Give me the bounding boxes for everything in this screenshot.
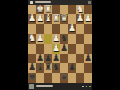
square-f2[interactable]: ♝ <box>44 14 52 24</box>
piece-wN-b1[interactable]: ♞ <box>76 4 84 15</box>
square-e5[interactable]: ♟ <box>52 44 60 54</box>
phone-screen: ♚♜♞♟♟♝♜♛♟♟♟♞♟♟♞♟♟♟♟♟♟♟♝♜♞♟♚♛ <box>28 0 92 90</box>
square-g6[interactable]: ♟ <box>36 54 44 64</box>
piece-wB-f2[interactable]: ♝ <box>44 14 52 25</box>
square-a3[interactable] <box>84 24 92 34</box>
square-e3[interactable] <box>52 24 60 34</box>
piece-bN-e7[interactable]: ♞ <box>52 63 60 74</box>
square-c1[interactable] <box>68 5 76 15</box>
square-b2[interactable]: ♟ <box>76 14 84 24</box>
square-a4[interactable] <box>84 34 92 44</box>
square-h8[interactable]: ♚ <box>28 73 36 83</box>
piece-wR-e2[interactable]: ♜ <box>52 14 60 25</box>
piece-wP-g4[interactable]: ♟ <box>36 33 44 44</box>
square-b1[interactable]: ♞ <box>76 5 84 15</box>
menu-dot-icon[interactable] <box>86 86 88 88</box>
square-d1[interactable] <box>60 5 68 15</box>
square-g5[interactable] <box>36 44 44 54</box>
square-c6[interactable] <box>68 54 76 64</box>
square-b6[interactable] <box>76 54 84 64</box>
piece-wK-g1[interactable]: ♚ <box>36 4 44 15</box>
letterbox-right <box>92 0 120 90</box>
square-b4[interactable] <box>76 34 84 44</box>
piece-wN-h4[interactable]: ♞ <box>28 33 36 44</box>
square-f3[interactable] <box>44 24 52 34</box>
square-h2[interactable]: ♟ <box>28 14 36 24</box>
square-g7[interactable]: ♝ <box>36 63 44 73</box>
square-h3[interactable] <box>28 24 36 34</box>
square-f6[interactable]: ♟ <box>44 54 52 64</box>
piece-bK-h8[interactable]: ♚ <box>28 73 36 84</box>
square-a7[interactable] <box>84 63 92 73</box>
square-e7[interactable]: ♞ <box>52 63 60 73</box>
square-e2[interactable]: ♜ <box>52 14 60 24</box>
square-c3[interactable]: ♟ <box>68 24 76 34</box>
square-d7[interactable] <box>60 63 68 73</box>
piece-bR-f7[interactable]: ♜ <box>44 63 52 74</box>
piece-bB-g7[interactable]: ♝ <box>36 63 44 74</box>
square-c4[interactable] <box>68 34 76 44</box>
square-a2[interactable]: ♟ <box>84 14 92 24</box>
square-c5[interactable] <box>68 44 76 54</box>
square-f4[interactable] <box>44 34 52 44</box>
piece-bP-c7[interactable]: ♟ <box>68 63 76 74</box>
piece-bP-d5[interactable]: ♟ <box>60 43 68 54</box>
video-frame: ♚♜♞♟♟♝♜♛♟♟♟♞♟♟♞♟♟♟♟♟♟♟♝♜♞♟♚♛ <box>0 0 120 90</box>
square-e8[interactable] <box>52 73 60 83</box>
square-f5[interactable] <box>44 44 52 54</box>
square-f7[interactable]: ♜ <box>44 63 52 73</box>
square-a1[interactable] <box>84 5 92 15</box>
square-a6[interactable]: ♟ <box>84 54 92 64</box>
piece-bP-a6[interactable]: ♟ <box>84 53 92 64</box>
opponent-avatar[interactable] <box>30 1 33 4</box>
square-e6[interactable]: ♟ <box>52 54 60 64</box>
player-bar <box>28 83 92 90</box>
piece-wP-g2[interactable]: ♟ <box>36 14 44 25</box>
square-g2[interactable]: ♟ <box>36 14 44 24</box>
piece-wP-e5[interactable]: ♟ <box>52 43 60 54</box>
chess-board[interactable]: ♚♜♞♟♟♝♜♛♟♟♟♞♟♟♞♟♟♟♟♟♟♟♝♜♞♟♚♛ <box>28 5 92 83</box>
piece-bP-f6[interactable]: ♟ <box>44 53 52 64</box>
piece-wP-b2[interactable]: ♟ <box>76 14 84 25</box>
square-h5[interactable] <box>28 44 36 54</box>
piece-bP-e6[interactable]: ♟ <box>52 53 60 64</box>
piece-wP-h2[interactable]: ♟ <box>28 14 36 25</box>
menu-dot-icon[interactable] <box>82 86 84 88</box>
square-h7[interactable]: ♟ <box>28 63 36 73</box>
square-d6[interactable] <box>60 54 68 64</box>
opponent-flag-icon <box>88 1 91 4</box>
square-g8[interactable] <box>36 73 44 83</box>
piece-bP-g6[interactable]: ♟ <box>36 53 44 64</box>
piece-bP-h7[interactable]: ♟ <box>28 63 36 74</box>
square-b8[interactable] <box>76 73 84 83</box>
square-d4[interactable]: ♞ <box>60 34 68 44</box>
square-g3[interactable] <box>36 24 44 34</box>
square-g1[interactable]: ♚ <box>36 5 44 15</box>
square-d8[interactable]: ♛ <box>60 73 68 83</box>
player-name-smudge <box>36 85 53 87</box>
square-e4[interactable]: ♟ <box>52 34 60 44</box>
square-f1[interactable]: ♜ <box>44 5 52 15</box>
square-h6[interactable] <box>28 54 36 64</box>
square-g4[interactable]: ♟ <box>36 34 44 44</box>
square-h1[interactable] <box>28 5 36 15</box>
piece-wP-c3[interactable]: ♟ <box>68 24 76 35</box>
square-d5[interactable]: ♟ <box>60 44 68 54</box>
square-b7[interactable] <box>76 63 84 73</box>
opponent-name-smudge <box>35 1 51 3</box>
square-b5[interactable] <box>76 44 84 54</box>
square-a5[interactable] <box>84 44 92 54</box>
square-c2[interactable] <box>68 14 76 24</box>
square-d3[interactable] <box>60 24 68 34</box>
square-f8[interactable] <box>44 73 52 83</box>
player-avatar[interactable] <box>29 84 34 89</box>
square-h4[interactable]: ♞ <box>28 34 36 44</box>
square-d2[interactable]: ♛ <box>60 14 68 24</box>
piece-wQ-d2[interactable]: ♛ <box>60 14 68 25</box>
square-e1[interactable] <box>52 5 60 15</box>
square-b3[interactable] <box>76 24 84 34</box>
piece-wP-a2[interactable]: ♟ <box>84 14 92 25</box>
piece-bQ-d8[interactable]: ♛ <box>60 73 68 84</box>
letterbox-left <box>0 0 28 90</box>
status-dot-icon <box>89 86 91 88</box>
square-a8[interactable] <box>84 73 92 83</box>
piece-wP-e4[interactable]: ♟ <box>52 33 60 44</box>
piece-bN-d4[interactable]: ♞ <box>60 33 68 44</box>
square-c8[interactable] <box>68 73 76 83</box>
piece-wR-f1[interactable]: ♜ <box>44 4 52 15</box>
square-c7[interactable]: ♟ <box>68 63 76 73</box>
